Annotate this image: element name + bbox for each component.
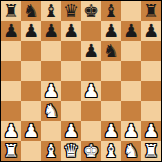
- square-c6[interactable]: [41, 41, 61, 61]
- white-pawn[interactable]: ♟: [23, 121, 39, 141]
- black-bishop[interactable]: ♝: [103, 1, 119, 21]
- square-a7[interactable]: ♟: [1, 21, 21, 41]
- square-b4[interactable]: [21, 81, 41, 101]
- white-rook[interactable]: ♜: [3, 141, 19, 161]
- black-pawn[interactable]: ♟: [143, 21, 159, 41]
- square-b1[interactable]: [21, 141, 41, 161]
- square-e2[interactable]: [81, 121, 101, 141]
- square-d5[interactable]: [61, 61, 81, 81]
- square-h3[interactable]: [141, 101, 161, 121]
- square-g4[interactable]: [121, 81, 141, 101]
- square-g6[interactable]: [121, 41, 141, 61]
- square-g8[interactable]: [121, 1, 141, 21]
- square-d1[interactable]: ♛: [61, 141, 81, 161]
- square-f5[interactable]: [101, 61, 121, 81]
- square-a4[interactable]: [1, 81, 21, 101]
- black-pawn[interactable]: ♟: [83, 41, 99, 61]
- square-f3[interactable]: [101, 101, 121, 121]
- white-pawn[interactable]: ♟: [3, 121, 19, 141]
- white-rook[interactable]: ♜: [143, 141, 159, 161]
- square-f1[interactable]: ♝: [101, 141, 121, 161]
- square-d2[interactable]: ♟: [61, 121, 81, 141]
- chess-board: ♜♞♝♛♚♝♜♟♟♟♟♟♟♟♟♞♟♟♞♟♟♟♟♟♟♜♝♛♚♝♞♜: [1, 1, 161, 161]
- white-bishop[interactable]: ♝: [43, 141, 59, 161]
- square-g2[interactable]: ♟: [121, 121, 141, 141]
- white-pawn[interactable]: ♟: [143, 121, 159, 141]
- square-a5[interactable]: [1, 61, 21, 81]
- black-bishop[interactable]: ♝: [43, 1, 59, 21]
- white-pawn[interactable]: ♟: [123, 121, 139, 141]
- square-c3[interactable]: ♞: [41, 101, 61, 121]
- square-c7[interactable]: ♟: [41, 21, 61, 41]
- square-g3[interactable]: [121, 101, 141, 121]
- square-e1[interactable]: ♚: [81, 141, 101, 161]
- square-c4[interactable]: ♟: [41, 81, 61, 101]
- white-knight[interactable]: ♞: [43, 101, 59, 121]
- square-b8[interactable]: ♞: [21, 1, 41, 21]
- square-e6[interactable]: ♟: [81, 41, 101, 61]
- square-e4[interactable]: ♟: [81, 81, 101, 101]
- square-h6[interactable]: [141, 41, 161, 61]
- white-pawn[interactable]: ♟: [63, 121, 79, 141]
- square-a3[interactable]: [1, 101, 21, 121]
- square-h5[interactable]: [141, 61, 161, 81]
- square-h1[interactable]: ♜: [141, 141, 161, 161]
- square-h2[interactable]: ♟: [141, 121, 161, 141]
- square-d8[interactable]: ♛: [61, 1, 81, 21]
- square-c8[interactable]: ♝: [41, 1, 61, 21]
- square-d7[interactable]: ♟: [61, 21, 81, 41]
- square-d4[interactable]: [61, 81, 81, 101]
- square-e8[interactable]: ♚: [81, 1, 101, 21]
- square-e5[interactable]: [81, 61, 101, 81]
- square-h8[interactable]: ♜: [141, 1, 161, 21]
- square-a1[interactable]: ♜: [1, 141, 21, 161]
- square-f7[interactable]: ♟: [101, 21, 121, 41]
- black-rook[interactable]: ♜: [143, 1, 159, 21]
- black-pawn[interactable]: ♟: [123, 21, 139, 41]
- square-f4[interactable]: [101, 81, 121, 101]
- square-a8[interactable]: ♜: [1, 1, 21, 21]
- square-g7[interactable]: ♟: [121, 21, 141, 41]
- square-b3[interactable]: [21, 101, 41, 121]
- square-e7[interactable]: [81, 21, 101, 41]
- black-pawn[interactable]: ♟: [63, 21, 79, 41]
- square-g5[interactable]: [121, 61, 141, 81]
- black-pawn[interactable]: ♟: [43, 21, 59, 41]
- square-b6[interactable]: [21, 41, 41, 61]
- square-f2[interactable]: ♟: [101, 121, 121, 141]
- black-knight[interactable]: ♞: [103, 41, 119, 61]
- square-b2[interactable]: ♟: [21, 121, 41, 141]
- white-queen[interactable]: ♛: [63, 141, 79, 161]
- black-pawn[interactable]: ♟: [3, 21, 19, 41]
- black-pawn[interactable]: ♟: [103, 21, 119, 41]
- square-c5[interactable]: [41, 61, 61, 81]
- square-d3[interactable]: [61, 101, 81, 121]
- black-king[interactable]: ♚: [83, 1, 99, 21]
- black-rook[interactable]: ♜: [3, 1, 19, 21]
- white-pawn[interactable]: ♟: [103, 121, 119, 141]
- square-f8[interactable]: ♝: [101, 1, 121, 21]
- white-pawn[interactable]: ♟: [83, 81, 99, 101]
- square-e3[interactable]: [81, 101, 101, 121]
- square-c2[interactable]: [41, 121, 61, 141]
- square-f6[interactable]: ♞: [101, 41, 121, 61]
- square-a6[interactable]: [1, 41, 21, 61]
- black-knight[interactable]: ♞: [23, 1, 39, 21]
- square-c1[interactable]: ♝: [41, 141, 61, 161]
- square-h7[interactable]: ♟: [141, 21, 161, 41]
- square-g1[interactable]: ♞: [121, 141, 141, 161]
- square-d6[interactable]: [61, 41, 81, 61]
- white-king[interactable]: ♚: [83, 141, 99, 161]
- chess-board-frame: ♜♞♝♛♚♝♜♟♟♟♟♟♟♟♟♞♟♟♞♟♟♟♟♟♟♜♝♛♚♝♞♜: [0, 0, 162, 162]
- square-h4[interactable]: [141, 81, 161, 101]
- white-bishop[interactable]: ♝: [103, 141, 119, 161]
- square-b5[interactable]: [21, 61, 41, 81]
- black-pawn[interactable]: ♟: [23, 21, 39, 41]
- white-pawn[interactable]: ♟: [43, 81, 59, 101]
- square-a2[interactable]: ♟: [1, 121, 21, 141]
- square-b7[interactable]: ♟: [21, 21, 41, 41]
- black-queen[interactable]: ♛: [63, 1, 79, 21]
- white-knight[interactable]: ♞: [123, 141, 139, 161]
